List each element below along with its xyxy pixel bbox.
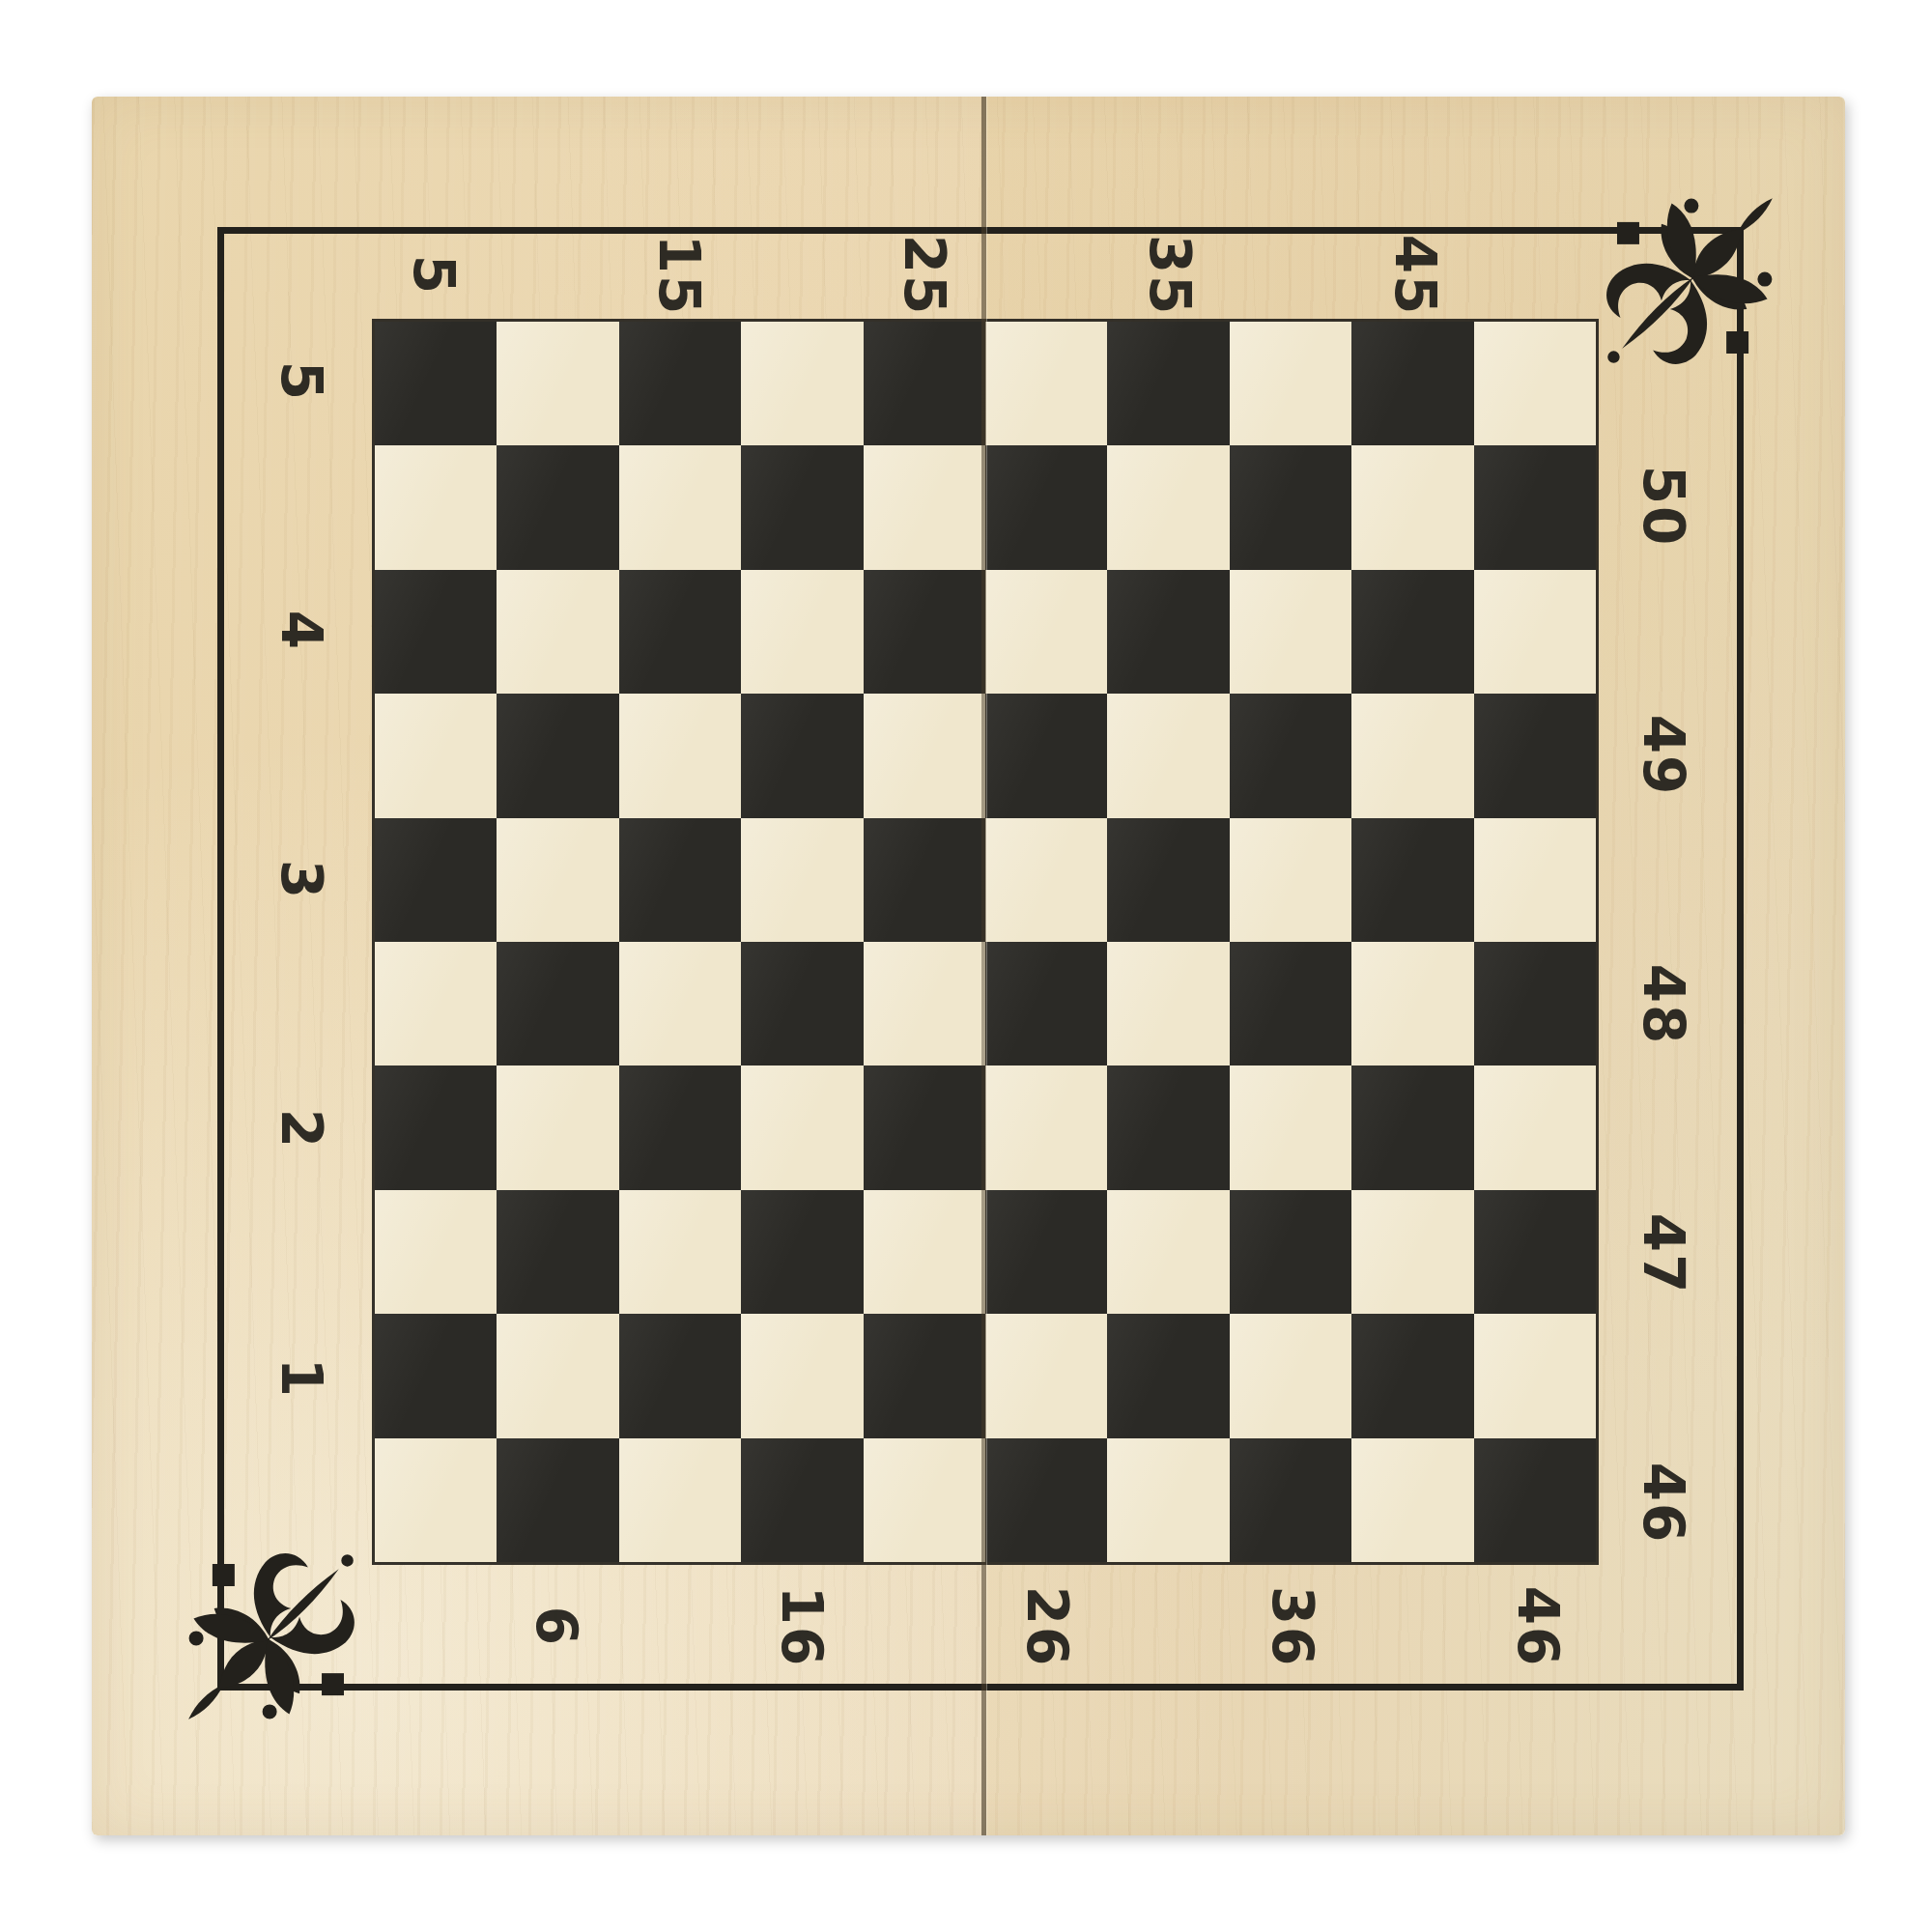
square-r2c2-dark [497, 445, 618, 569]
square-r5c10-light [1474, 818, 1596, 942]
square-r6c5-light [864, 942, 985, 1065]
square-r4c10-dark [1474, 694, 1596, 817]
square-r1c2-light [497, 322, 618, 445]
square-r7c3-dark [619, 1065, 741, 1189]
notation-label-top-15: 15 [651, 235, 707, 317]
notation-label-right-49: 49 [1635, 714, 1691, 796]
square-r6c6-dark [985, 942, 1107, 1065]
square-r1c7-dark [1107, 322, 1229, 445]
square-r8c1-light [375, 1190, 497, 1314]
notation-label-right-47: 47 [1635, 1212, 1691, 1294]
square-r7c7-dark [1107, 1065, 1229, 1189]
square-r2c5-light [864, 445, 985, 569]
square-r4c4-dark [741, 694, 863, 817]
notation-label-bottom-26: 26 [1019, 1586, 1075, 1668]
square-r8c4-dark [741, 1190, 863, 1314]
square-r4c5-light [864, 694, 985, 817]
square-r5c6-light [985, 818, 1107, 942]
notation-label-bottom-6: 6 [528, 1606, 584, 1647]
square-r10c4-dark [741, 1438, 863, 1562]
square-r1c8-light [1230, 322, 1351, 445]
square-r2c1-light [375, 445, 497, 569]
notation-label-left-2: 2 [273, 1108, 329, 1149]
square-r10c3-light [619, 1438, 741, 1562]
square-r9c4-light [741, 1314, 863, 1437]
notation-label-left-3: 3 [273, 859, 329, 899]
square-r4c1-light [375, 694, 497, 817]
notation-label-top-35: 35 [1142, 235, 1198, 317]
square-r4c6-dark [985, 694, 1107, 817]
square-r1c9-dark [1351, 322, 1473, 445]
notation-label-top-45: 45 [1387, 235, 1443, 317]
notation-label-bottom-46: 46 [1510, 1586, 1566, 1668]
square-r1c1-dark [375, 322, 497, 445]
square-r5c1-dark [375, 818, 497, 942]
square-r1c3-dark [619, 322, 741, 445]
square-r8c2-dark [497, 1190, 618, 1314]
square-r2c10-dark [1474, 445, 1596, 569]
notation-label-left-5: 5 [273, 360, 329, 401]
fold-seam [981, 97, 986, 1835]
square-r6c4-dark [741, 942, 863, 1065]
notation-label-bottom-36: 36 [1264, 1586, 1321, 1668]
square-r5c2-light [497, 818, 618, 942]
square-r7c1-dark [375, 1065, 497, 1189]
square-r6c2-dark [497, 942, 618, 1065]
square-r1c10-light [1474, 322, 1596, 445]
square-r1c5-dark [864, 322, 985, 445]
square-r9c5-dark [864, 1314, 985, 1437]
square-r9c2-light [497, 1314, 618, 1437]
square-r5c5-dark [864, 818, 985, 942]
square-r9c7-dark [1107, 1314, 1229, 1437]
notation-label-right-46: 46 [1635, 1462, 1691, 1544]
square-r7c5-dark [864, 1065, 985, 1189]
notation-label-bottom-16: 16 [774, 1586, 830, 1668]
square-r3c2-light [497, 570, 618, 694]
square-r1c4-light [741, 322, 863, 445]
square-r4c7-light [1107, 694, 1229, 817]
square-r6c10-dark [1474, 942, 1596, 1065]
square-r1c6-light [985, 322, 1107, 445]
square-r10c8-dark [1230, 1438, 1351, 1562]
square-r2c7-light [1107, 445, 1229, 569]
square-r4c8-dark [1230, 694, 1351, 817]
square-r3c7-dark [1107, 570, 1229, 694]
square-r10c1-light [375, 1438, 497, 1562]
square-r3c3-dark [619, 570, 741, 694]
square-r8c8-dark [1230, 1190, 1351, 1314]
square-r7c6-light [985, 1065, 1107, 1189]
notation-label-left-4: 4 [273, 610, 329, 650]
square-r4c2-dark [497, 694, 618, 817]
square-r3c1-dark [375, 570, 497, 694]
square-r5c7-dark [1107, 818, 1229, 942]
notation-label-left-1: 1 [273, 1357, 329, 1398]
square-r7c10-light [1474, 1065, 1596, 1189]
square-r5c8-light [1230, 818, 1351, 942]
square-r2c6-dark [985, 445, 1107, 569]
square-r9c10-light [1474, 1314, 1596, 1437]
square-r9c1-dark [375, 1314, 497, 1437]
notation-label-top-5: 5 [406, 255, 462, 296]
square-r8c7-light [1107, 1190, 1229, 1314]
notation-label-right-50: 50 [1635, 465, 1691, 547]
square-r6c1-light [375, 942, 497, 1065]
square-r3c9-dark [1351, 570, 1473, 694]
square-r2c9-light [1351, 445, 1473, 569]
square-r2c4-dark [741, 445, 863, 569]
square-r10c7-light [1107, 1438, 1229, 1562]
square-r4c3-light [619, 694, 741, 817]
square-r7c4-light [741, 1065, 863, 1189]
square-r5c3-dark [619, 818, 741, 942]
square-r10c10-dark [1474, 1438, 1596, 1562]
square-r8c10-dark [1474, 1190, 1596, 1314]
square-r8c3-light [619, 1190, 741, 1314]
square-r7c8-light [1230, 1065, 1351, 1189]
square-r8c9-light [1351, 1190, 1473, 1314]
square-r2c8-dark [1230, 445, 1351, 569]
square-r7c9-dark [1351, 1065, 1473, 1189]
square-r6c9-light [1351, 942, 1473, 1065]
square-r10c9-light [1351, 1438, 1473, 1562]
square-r2c3-light [619, 445, 741, 569]
square-r3c5-dark [864, 570, 985, 694]
square-r10c2-dark [497, 1438, 618, 1562]
square-r3c6-light [985, 570, 1107, 694]
square-r3c8-light [1230, 570, 1351, 694]
square-r3c4-light [741, 570, 863, 694]
product-photo-canvas: 515253545616263646543215049484746 [0, 0, 1932, 1932]
square-r4c9-light [1351, 694, 1473, 817]
square-r3c10-light [1474, 570, 1596, 694]
square-r6c7-light [1107, 942, 1229, 1065]
square-r9c8-light [1230, 1314, 1351, 1437]
square-r5c4-light [741, 818, 863, 942]
square-r5c9-dark [1351, 818, 1473, 942]
square-r9c9-dark [1351, 1314, 1473, 1437]
notation-label-right-48: 48 [1635, 963, 1691, 1045]
square-r6c8-dark [1230, 942, 1351, 1065]
square-r9c3-dark [619, 1314, 741, 1437]
square-r8c6-dark [985, 1190, 1107, 1314]
notation-label-top-25: 25 [896, 235, 952, 317]
square-r10c6-dark [985, 1438, 1107, 1562]
square-r7c2-light [497, 1065, 618, 1189]
square-r6c3-light [619, 942, 741, 1065]
square-r8c5-light [864, 1190, 985, 1314]
square-r10c5-light [864, 1438, 985, 1562]
square-r9c6-light [985, 1314, 1107, 1437]
